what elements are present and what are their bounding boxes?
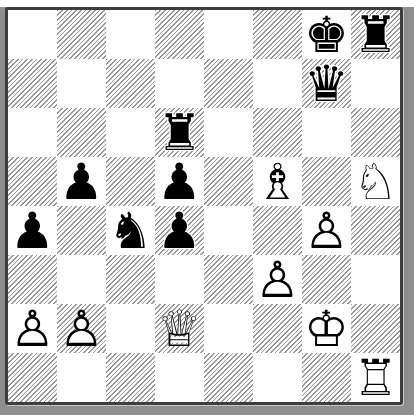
white-king-outline: ♔ (302, 304, 351, 353)
square-b4[interactable] (57, 206, 106, 255)
square-d3[interactable] (155, 255, 204, 304)
square-e4[interactable] (204, 206, 253, 255)
square-h6[interactable] (351, 108, 400, 157)
square-h4[interactable] (351, 206, 400, 255)
square-d1[interactable] (155, 353, 204, 402)
black-rook[interactable]: ♜ (155, 108, 204, 157)
square-f5[interactable]: ♝♗ (253, 157, 302, 206)
square-c6[interactable] (106, 108, 155, 157)
square-d7[interactable] (155, 59, 204, 108)
square-f6[interactable] (253, 108, 302, 157)
white-knight-outline: ♘ (351, 157, 400, 206)
white-knight[interactable]: ♞♘ (351, 157, 400, 206)
square-h1[interactable]: ♜♖ (351, 353, 400, 402)
black-rook[interactable]: ♜ (351, 10, 400, 59)
square-d8[interactable] (155, 10, 204, 59)
square-g7[interactable]: ♛ (302, 59, 351, 108)
square-c1[interactable] (106, 353, 155, 402)
chess-diagram: ♚♜♛♜♟♟♝♗♞♘♟♞♟♟♙♟♙♟♙♟♙♛♕♚♔♜♖ (0, 0, 414, 415)
black-pawn[interactable]: ♟ (57, 157, 106, 206)
square-e8[interactable] (204, 10, 253, 59)
square-c7[interactable] (106, 59, 155, 108)
square-f2[interactable] (253, 304, 302, 353)
square-c3[interactable] (106, 255, 155, 304)
square-a2[interactable]: ♟♙ (8, 304, 57, 353)
square-f7[interactable] (253, 59, 302, 108)
white-queen-outline: ♕ (155, 304, 204, 353)
white-queen[interactable]: ♛♕ (155, 304, 204, 353)
square-c4[interactable]: ♞ (106, 206, 155, 255)
square-b1[interactable] (57, 353, 106, 402)
square-g3[interactable] (302, 255, 351, 304)
square-c2[interactable] (106, 304, 155, 353)
black-knight[interactable]: ♞ (106, 206, 155, 255)
square-c5[interactable] (106, 157, 155, 206)
square-e1[interactable] (204, 353, 253, 402)
black-pawn[interactable]: ♟ (155, 206, 204, 255)
black-pawn[interactable]: ♟ (155, 157, 204, 206)
square-b7[interactable] (57, 59, 106, 108)
white-pawn-outline: ♙ (57, 304, 106, 353)
white-bishop-outline: ♗ (253, 157, 302, 206)
square-h2[interactable] (351, 304, 400, 353)
top-margin-strip (0, 0, 414, 7)
black-king[interactable]: ♚ (302, 10, 351, 59)
square-f8[interactable] (253, 10, 302, 59)
square-h3[interactable] (351, 255, 400, 304)
square-e3[interactable] (204, 255, 253, 304)
square-g5[interactable] (302, 157, 351, 206)
square-h7[interactable] (351, 59, 400, 108)
square-a5[interactable] (8, 157, 57, 206)
square-b8[interactable] (57, 10, 106, 59)
white-pawn-outline: ♙ (253, 255, 302, 304)
white-pawn[interactable]: ♟♙ (253, 255, 302, 304)
white-pawn-outline: ♙ (302, 206, 351, 255)
square-a8[interactable] (8, 10, 57, 59)
square-a7[interactable] (8, 59, 57, 108)
white-pawn[interactable]: ♟♙ (8, 304, 57, 353)
square-c8[interactable] (106, 10, 155, 59)
board-frame: ♚♜♛♜♟♟♝♗♞♘♟♞♟♟♙♟♙♟♙♟♙♛♕♚♔♜♖ (5, 7, 403, 405)
square-g2[interactable]: ♚♔ (302, 304, 351, 353)
black-pawn[interactable]: ♟ (8, 206, 57, 255)
square-d5[interactable]: ♟ (155, 157, 204, 206)
square-a3[interactable] (8, 255, 57, 304)
white-bishop[interactable]: ♝♗ (253, 157, 302, 206)
square-g6[interactable] (302, 108, 351, 157)
square-e6[interactable] (204, 108, 253, 157)
white-pawn[interactable]: ♟♙ (302, 206, 351, 255)
square-e2[interactable] (204, 304, 253, 353)
white-pawn-outline: ♙ (8, 304, 57, 353)
square-g4[interactable]: ♟♙ (302, 206, 351, 255)
white-pawn[interactable]: ♟♙ (57, 304, 106, 353)
square-a1[interactable] (8, 353, 57, 402)
square-e5[interactable] (204, 157, 253, 206)
square-d2[interactable]: ♛♕ (155, 304, 204, 353)
square-a6[interactable] (8, 108, 57, 157)
square-g1[interactable] (302, 353, 351, 402)
square-b2[interactable]: ♟♙ (57, 304, 106, 353)
square-h5[interactable]: ♞♘ (351, 157, 400, 206)
square-d6[interactable]: ♜ (155, 108, 204, 157)
square-b5[interactable]: ♟ (57, 157, 106, 206)
square-f1[interactable] (253, 353, 302, 402)
square-a4[interactable]: ♟ (8, 206, 57, 255)
white-rook-outline: ♖ (351, 353, 400, 402)
square-f4[interactable] (253, 206, 302, 255)
square-e7[interactable] (204, 59, 253, 108)
white-rook[interactable]: ♜♖ (351, 353, 400, 402)
black-queen[interactable]: ♛ (302, 59, 351, 108)
square-f3[interactable]: ♟♙ (253, 255, 302, 304)
square-g8[interactable]: ♚ (302, 10, 351, 59)
square-h8[interactable]: ♜ (351, 10, 400, 59)
square-d4[interactable]: ♟ (155, 206, 204, 255)
square-b3[interactable] (57, 255, 106, 304)
white-king[interactable]: ♚♔ (302, 304, 351, 353)
square-b6[interactable] (57, 108, 106, 157)
board: ♚♜♛♜♟♟♝♗♞♘♟♞♟♟♙♟♙♟♙♟♙♛♕♚♔♜♖ (8, 10, 400, 402)
